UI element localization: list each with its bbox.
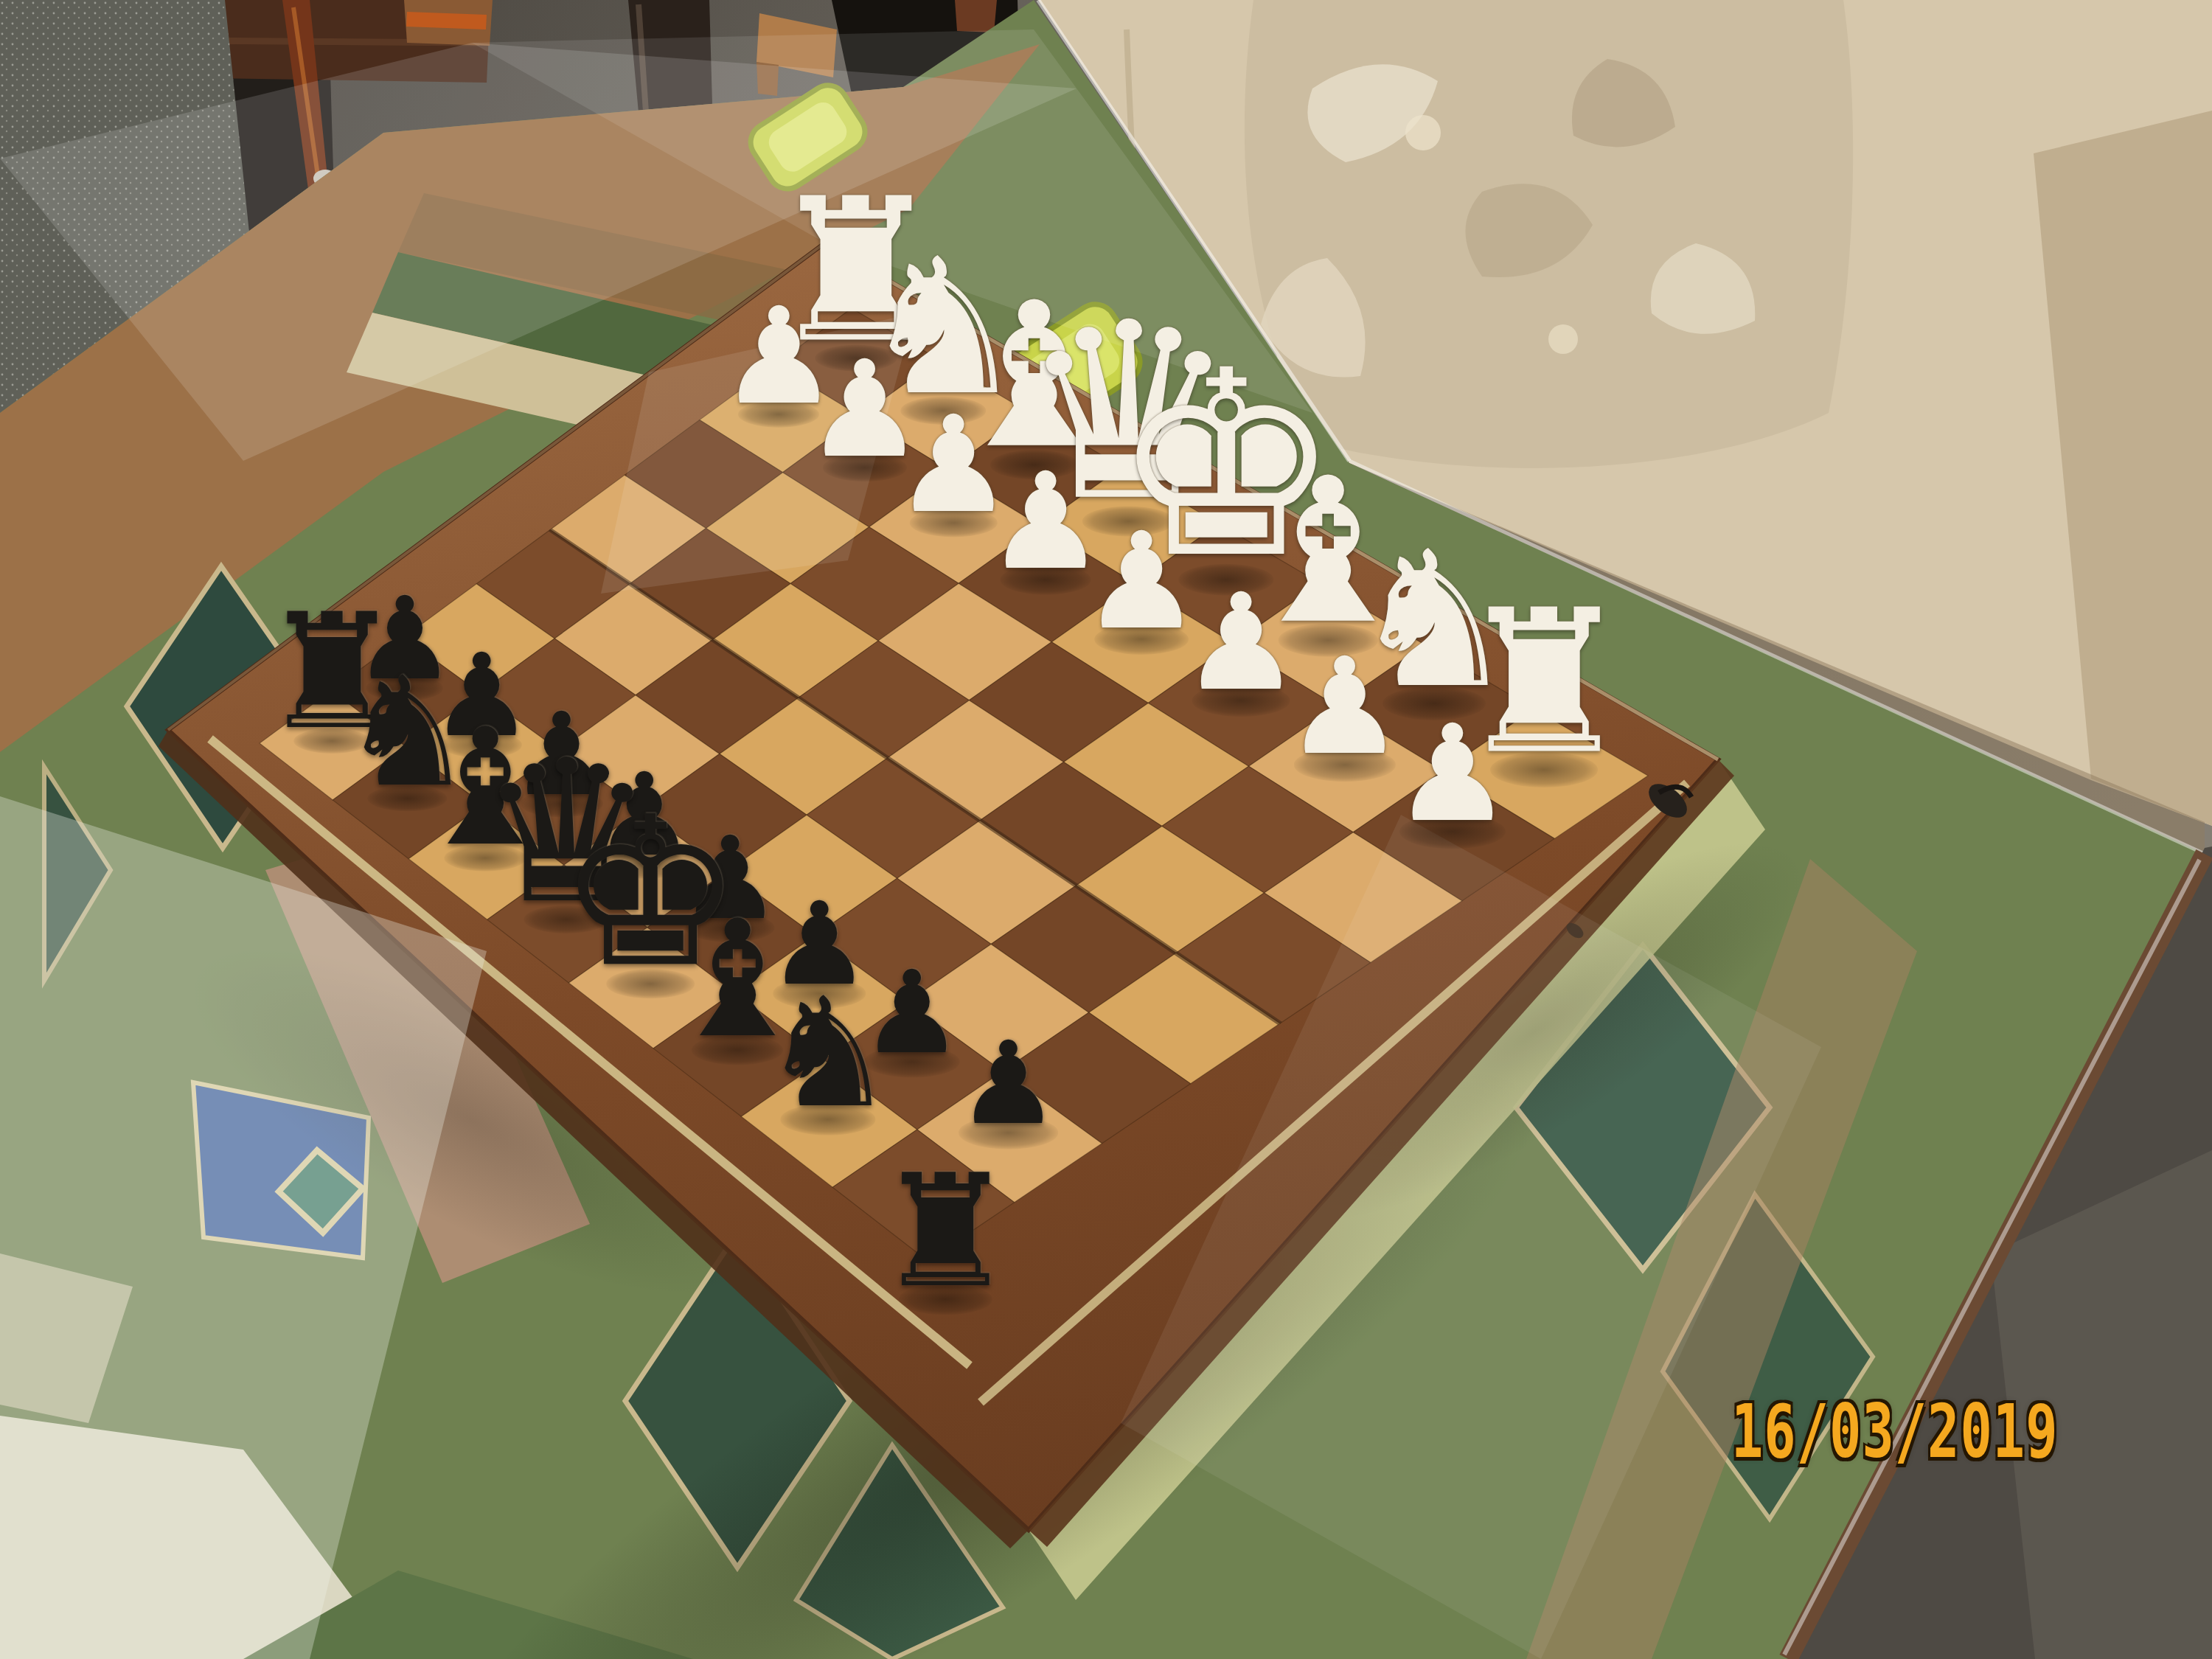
chair-foot — [955, 0, 997, 32]
damask-dot — [1548, 324, 1578, 354]
orange-dowel — [406, 12, 487, 29]
photo-of-chess-table: ♜♞♟♝♟♛♟♚♟♟♝♟♟♞♜♟♟♜♞♟♟♝♟♛♟♚♟♝♟♞♟♜ 16/03/2… — [0, 0, 2212, 1659]
damask-dot — [1405, 115, 1441, 150]
date-stamp: 16/03/2019 — [1731, 1389, 2058, 1475]
